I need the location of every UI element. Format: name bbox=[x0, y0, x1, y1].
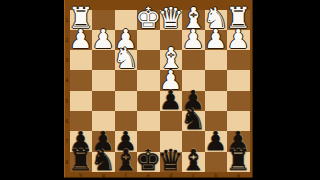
piece-white-pawn[interactable]: ♟ bbox=[204, 26, 227, 52]
square-a3[interactable] bbox=[227, 50, 250, 70]
stage: 12345678 ♜♚♛♝♞♜♟♟♟♟♟♟♞♝♟♟♟♞♟♟♟♟♟♜♞♝♚♛♝♜ … bbox=[0, 0, 320, 180]
square-f5[interactable] bbox=[115, 91, 138, 111]
piece-black-bishop[interactable]: ♝ bbox=[180, 146, 206, 175]
square-e8[interactable]: ♚ bbox=[137, 152, 160, 172]
square-e5[interactable] bbox=[137, 91, 160, 111]
square-f4[interactable] bbox=[115, 70, 138, 90]
square-d1[interactable]: ♛ bbox=[160, 10, 183, 30]
square-a4[interactable] bbox=[227, 70, 250, 90]
square-h8[interactable]: ♜ bbox=[70, 152, 93, 172]
piece-black-knight[interactable]: ♞ bbox=[180, 105, 206, 134]
piece-white-pawn[interactable]: ♟ bbox=[92, 26, 115, 52]
square-g4[interactable] bbox=[92, 70, 115, 90]
file-label: f bbox=[115, 172, 138, 178]
file-labels: hgfedcba bbox=[70, 172, 250, 178]
square-b3[interactable] bbox=[205, 50, 228, 70]
square-c6[interactable]: ♞ bbox=[182, 111, 205, 131]
square-a8[interactable]: ♜ bbox=[227, 152, 250, 172]
square-a2[interactable]: ♟ bbox=[227, 30, 250, 50]
square-h5[interactable] bbox=[70, 91, 93, 111]
chess-board: ♜♚♛♝♞♜♟♟♟♟♟♟♞♝♟♟♟♞♟♟♟♟♟♜♞♝♚♛♝♜ bbox=[70, 10, 250, 172]
piece-white-pawn[interactable]: ♟ bbox=[69, 26, 92, 52]
square-b8[interactable] bbox=[205, 152, 228, 172]
square-d8[interactable]: ♛ bbox=[160, 152, 183, 172]
square-h2[interactable]: ♟ bbox=[70, 30, 93, 50]
square-c8[interactable]: ♝ bbox=[182, 152, 205, 172]
file-label: d bbox=[160, 172, 183, 178]
square-b7[interactable]: ♟ bbox=[205, 131, 228, 151]
square-a5[interactable] bbox=[227, 91, 250, 111]
file-label: h bbox=[70, 172, 93, 178]
square-e1[interactable]: ♚ bbox=[137, 10, 160, 30]
square-d6[interactable] bbox=[160, 111, 183, 131]
square-e6[interactable] bbox=[137, 111, 160, 131]
square-e4[interactable] bbox=[137, 70, 160, 90]
square-g2[interactable]: ♟ bbox=[92, 30, 115, 50]
square-h3[interactable] bbox=[70, 50, 93, 70]
square-b2[interactable]: ♟ bbox=[205, 30, 228, 50]
piece-black-pawn[interactable]: ♟ bbox=[159, 87, 182, 113]
piece-white-knight[interactable]: ♞ bbox=[113, 44, 139, 73]
file-label: g bbox=[92, 172, 115, 178]
piece-white-pawn[interactable]: ♟ bbox=[182, 26, 205, 52]
square-b5[interactable] bbox=[205, 91, 228, 111]
file-label: c bbox=[182, 172, 205, 178]
square-g3[interactable] bbox=[92, 50, 115, 70]
piece-black-rook[interactable]: ♜ bbox=[225, 146, 251, 175]
file-label: b bbox=[205, 172, 228, 178]
square-g5[interactable] bbox=[92, 91, 115, 111]
piece-white-pawn[interactable]: ♟ bbox=[227, 26, 250, 52]
square-f8[interactable]: ♝ bbox=[115, 152, 138, 172]
square-f3[interactable]: ♞ bbox=[115, 50, 138, 70]
square-c2[interactable]: ♟ bbox=[182, 30, 205, 50]
board-frame: 12345678 ♜♚♛♝♞♜♟♟♟♟♟♟♞♝♟♟♟♞♟♟♟♟♟♜♞♝♚♛♝♜ … bbox=[64, 0, 253, 178]
square-e3[interactable] bbox=[137, 50, 160, 70]
square-b4[interactable] bbox=[205, 70, 228, 90]
piece-black-pawn[interactable]: ♟ bbox=[204, 128, 227, 154]
square-c3[interactable] bbox=[182, 50, 205, 70]
square-h4[interactable] bbox=[70, 70, 93, 90]
file-label: e bbox=[137, 172, 160, 178]
square-g8[interactable]: ♞ bbox=[92, 152, 115, 172]
square-e2[interactable] bbox=[137, 30, 160, 50]
square-d5[interactable]: ♟ bbox=[160, 91, 183, 111]
file-label: a bbox=[227, 172, 250, 178]
